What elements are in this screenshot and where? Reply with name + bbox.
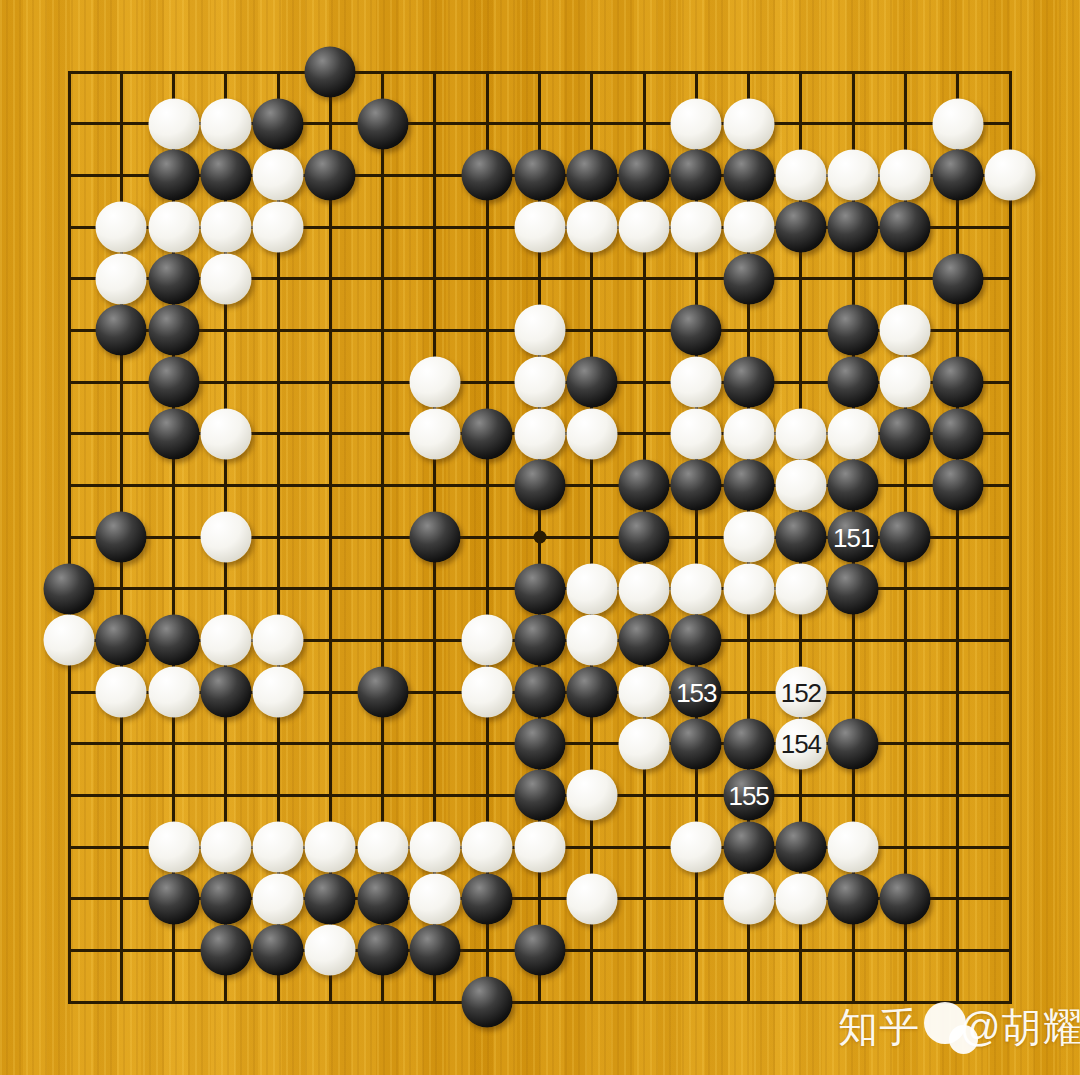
white-stone[interactable] — [566, 873, 617, 924]
black-stone[interactable] — [462, 408, 513, 459]
white-stone[interactable] — [357, 822, 408, 873]
white-stone[interactable] — [723, 98, 774, 149]
white-stone[interactable] — [462, 667, 513, 718]
black-stone[interactable] — [514, 770, 565, 821]
black-stone[interactable] — [619, 460, 670, 511]
black-stone[interactable] — [514, 150, 565, 201]
black-stone[interactable] — [775, 822, 826, 873]
black-stone[interactable] — [723, 253, 774, 304]
black-stone[interactable] — [462, 150, 513, 201]
move-number-label: 151 — [833, 524, 873, 550]
white-stone[interactable] — [775, 408, 826, 459]
white-stone[interactable]: 152 — [775, 667, 826, 718]
white-stone[interactable] — [880, 357, 931, 408]
white-stone[interactable] — [671, 408, 722, 459]
black-stone[interactable] — [932, 253, 983, 304]
white-stone[interactable] — [723, 563, 774, 614]
white-stone[interactable] — [723, 873, 774, 924]
white-stone[interactable] — [200, 615, 251, 666]
white-stone[interactable] — [566, 770, 617, 821]
white-stone[interactable] — [148, 202, 199, 253]
white-stone[interactable] — [409, 822, 460, 873]
black-stone[interactable] — [305, 873, 356, 924]
black-stone[interactable] — [148, 408, 199, 459]
black-stone[interactable] — [462, 873, 513, 924]
black-stone[interactable] — [253, 925, 304, 976]
go-board[interactable]: 151153152154155 — [0, 0, 1080, 1075]
black-stone[interactable] — [828, 460, 879, 511]
black-stone[interactable] — [96, 512, 147, 563]
white-stone[interactable] — [200, 253, 251, 304]
move-number-label: 153 — [676, 679, 716, 705]
black-stone[interactable] — [96, 615, 147, 666]
black-stone[interactable] — [828, 305, 879, 356]
black-stone[interactable] — [148, 873, 199, 924]
black-stone[interactable] — [462, 977, 513, 1028]
black-stone[interactable] — [775, 512, 826, 563]
black-stone[interactable] — [514, 925, 565, 976]
black-stone[interactable] — [932, 408, 983, 459]
black-stone[interactable] — [148, 357, 199, 408]
white-stone[interactable] — [566, 615, 617, 666]
grid-line-vertical — [1009, 71, 1012, 1004]
white-stone[interactable] — [619, 202, 670, 253]
white-stone[interactable] — [253, 150, 304, 201]
white-stone[interactable] — [775, 460, 826, 511]
black-stone[interactable] — [514, 667, 565, 718]
black-stone[interactable] — [96, 305, 147, 356]
white-stone[interactable] — [96, 253, 147, 304]
white-stone[interactable] — [462, 822, 513, 873]
white-stone[interactable] — [775, 150, 826, 201]
black-stone[interactable] — [775, 202, 826, 253]
white-stone[interactable] — [305, 822, 356, 873]
black-stone[interactable] — [932, 150, 983, 201]
black-stone[interactable] — [671, 460, 722, 511]
zhihu-bubble-icon — [924, 998, 972, 1056]
black-stone[interactable] — [148, 253, 199, 304]
black-stone[interactable] — [619, 150, 670, 201]
black-stone[interactable] — [357, 873, 408, 924]
black-stone[interactable] — [880, 512, 931, 563]
black-stone[interactable] — [305, 150, 356, 201]
white-stone[interactable] — [566, 202, 617, 253]
black-stone[interactable] — [671, 305, 722, 356]
white-stone[interactable] — [619, 563, 670, 614]
move-number-label: 152 — [781, 679, 821, 705]
black-stone[interactable] — [723, 357, 774, 408]
white-stone[interactable] — [671, 822, 722, 873]
white-stone[interactable] — [409, 873, 460, 924]
black-stone[interactable] — [723, 718, 774, 769]
black-stone[interactable] — [932, 460, 983, 511]
white-stone[interactable] — [148, 98, 199, 149]
black-stone[interactable] — [200, 873, 251, 924]
white-stone[interactable] — [828, 822, 879, 873]
black-stone[interactable] — [514, 563, 565, 614]
watermark-site-label: 知乎 — [838, 1000, 920, 1055]
white-stone[interactable] — [671, 357, 722, 408]
black-stone[interactable] — [723, 822, 774, 873]
white-stone[interactable] — [514, 305, 565, 356]
white-stone[interactable] — [671, 202, 722, 253]
watermark-author-handle: @胡耀宇 — [960, 1000, 1080, 1055]
black-stone[interactable] — [723, 460, 774, 511]
white-stone[interactable] — [148, 822, 199, 873]
black-stone[interactable] — [514, 615, 565, 666]
black-stone[interactable] — [357, 98, 408, 149]
white-stone[interactable] — [96, 667, 147, 718]
black-stone[interactable] — [880, 873, 931, 924]
black-stone[interactable]: 155 — [723, 770, 774, 821]
watermark: 知乎 @胡耀宇 — [838, 994, 1080, 1060]
white-stone[interactable] — [148, 667, 199, 718]
black-stone[interactable] — [514, 718, 565, 769]
black-stone[interactable] — [566, 667, 617, 718]
star-point — [533, 531, 546, 544]
white-stone[interactable] — [253, 667, 304, 718]
black-stone[interactable]: 153 — [671, 667, 722, 718]
white-stone[interactable] — [200, 512, 251, 563]
white-stone[interactable] — [828, 150, 879, 201]
black-stone[interactable] — [409, 512, 460, 563]
white-stone[interactable] — [514, 408, 565, 459]
black-stone[interactable] — [514, 460, 565, 511]
black-stone[interactable] — [880, 408, 931, 459]
white-stone[interactable] — [671, 563, 722, 614]
white-stone[interactable] — [723, 202, 774, 253]
black-stone[interactable] — [671, 150, 722, 201]
black-stone[interactable] — [44, 563, 95, 614]
white-stone[interactable] — [775, 563, 826, 614]
black-stone[interactable] — [671, 615, 722, 666]
black-stone[interactable] — [253, 98, 304, 149]
black-stone[interactable] — [305, 47, 356, 98]
black-stone[interactable] — [723, 150, 774, 201]
black-stone[interactable] — [828, 357, 879, 408]
white-stone[interactable] — [462, 615, 513, 666]
white-stone[interactable] — [200, 822, 251, 873]
white-stone[interactable] — [880, 305, 931, 356]
black-stone[interactable] — [880, 202, 931, 253]
black-stone[interactable] — [148, 305, 199, 356]
move-number-label: 155 — [728, 782, 768, 808]
white-stone[interactable] — [828, 408, 879, 459]
black-stone[interactable] — [828, 202, 879, 253]
white-stone[interactable] — [253, 202, 304, 253]
black-stone[interactable] — [200, 667, 251, 718]
black-stone[interactable] — [409, 925, 460, 976]
white-stone[interactable] — [44, 615, 95, 666]
white-stone[interactable] — [671, 98, 722, 149]
white-stone[interactable] — [200, 202, 251, 253]
black-stone[interactable] — [566, 150, 617, 201]
white-stone[interactable] — [253, 873, 304, 924]
screenshot: 151153152154155 知乎 @胡耀宇 — [0, 0, 1080, 1075]
move-number-label: 154 — [781, 731, 821, 757]
white-stone[interactable] — [723, 408, 774, 459]
white-stone[interactable] — [619, 667, 670, 718]
white-stone[interactable] — [880, 150, 931, 201]
white-stone[interactable] — [96, 202, 147, 253]
black-stone[interactable] — [619, 615, 670, 666]
black-stone[interactable] — [828, 873, 879, 924]
black-stone[interactable] — [148, 615, 199, 666]
black-stone[interactable] — [566, 357, 617, 408]
white-stone[interactable] — [253, 615, 304, 666]
white-stone[interactable] — [253, 822, 304, 873]
white-stone[interactable] — [514, 357, 565, 408]
white-stone[interactable] — [200, 98, 251, 149]
white-stone[interactable] — [723, 512, 774, 563]
black-stone[interactable] — [200, 925, 251, 976]
white-stone[interactable] — [409, 408, 460, 459]
white-stone[interactable] — [409, 357, 460, 408]
black-stone[interactable] — [828, 718, 879, 769]
black-stone[interactable] — [671, 718, 722, 769]
white-stone[interactable]: 154 — [775, 718, 826, 769]
white-stone[interactable] — [514, 202, 565, 253]
black-stone[interactable]: 151 — [828, 512, 879, 563]
white-stone[interactable] — [514, 822, 565, 873]
white-stone[interactable] — [619, 718, 670, 769]
black-stone[interactable] — [932, 357, 983, 408]
white-stone[interactable] — [566, 563, 617, 614]
black-stone[interactable] — [619, 512, 670, 563]
white-stone[interactable] — [200, 408, 251, 459]
black-stone[interactable] — [148, 150, 199, 201]
white-stone[interactable] — [932, 98, 983, 149]
white-stone[interactable] — [305, 925, 356, 976]
black-stone[interactable] — [357, 925, 408, 976]
grid-line-vertical — [956, 71, 959, 1004]
black-stone[interactable] — [200, 150, 251, 201]
black-stone[interactable] — [828, 563, 879, 614]
white-stone[interactable] — [985, 150, 1036, 201]
black-stone[interactable] — [357, 667, 408, 718]
white-stone[interactable] — [775, 873, 826, 924]
white-stone[interactable] — [566, 408, 617, 459]
